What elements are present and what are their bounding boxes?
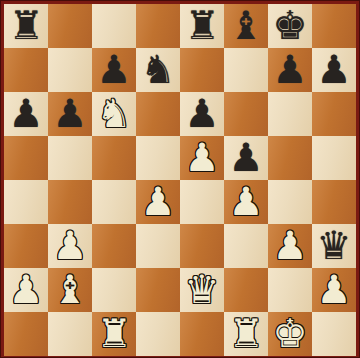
piece-white-pawn[interactable]: ♟ — [229, 182, 264, 221]
piece-white-rook[interactable]: ♜ — [229, 314, 264, 353]
square-h7[interactable]: ♟ — [312, 48, 356, 92]
piece-black-bishop[interactable]: ♝ — [229, 6, 264, 45]
square-c2[interactable] — [92, 268, 136, 312]
square-f7[interactable] — [224, 48, 268, 92]
piece-black-queen[interactable]: ♛ — [317, 226, 352, 265]
square-c6[interactable]: ♞ — [92, 92, 136, 136]
square-b4[interactable] — [48, 180, 92, 224]
square-f2[interactable] — [224, 268, 268, 312]
square-a7[interactable] — [4, 48, 48, 92]
square-a5[interactable] — [4, 136, 48, 180]
square-a1[interactable] — [4, 312, 48, 356]
piece-black-rook[interactable]: ♜ — [185, 6, 220, 45]
piece-black-pawn[interactable]: ♟ — [97, 50, 132, 89]
square-b6[interactable]: ♟ — [48, 92, 92, 136]
square-d3[interactable] — [136, 224, 180, 268]
square-f1[interactable]: ♜ — [224, 312, 268, 356]
piece-white-queen[interactable]: ♛ — [185, 270, 220, 309]
piece-white-rook[interactable]: ♜ — [97, 314, 132, 353]
square-c7[interactable]: ♟ — [92, 48, 136, 92]
piece-white-pawn[interactable]: ♟ — [53, 226, 88, 265]
square-d7[interactable]: ♞ — [136, 48, 180, 92]
square-h4[interactable] — [312, 180, 356, 224]
square-g3[interactable]: ♟ — [268, 224, 312, 268]
square-d5[interactable] — [136, 136, 180, 180]
square-g2[interactable] — [268, 268, 312, 312]
piece-black-pawn[interactable]: ♟ — [185, 94, 220, 133]
square-h6[interactable] — [312, 92, 356, 136]
square-e6[interactable]: ♟ — [180, 92, 224, 136]
square-a3[interactable] — [4, 224, 48, 268]
piece-black-king[interactable]: ♚ — [273, 6, 308, 45]
piece-black-pawn[interactable]: ♟ — [53, 94, 88, 133]
square-c4[interactable] — [92, 180, 136, 224]
piece-white-pawn[interactable]: ♟ — [141, 182, 176, 221]
square-b7[interactable] — [48, 48, 92, 92]
square-h1[interactable] — [312, 312, 356, 356]
square-f6[interactable] — [224, 92, 268, 136]
piece-black-pawn[interactable]: ♟ — [229, 138, 264, 177]
square-d6[interactable] — [136, 92, 180, 136]
square-g1[interactable]: ♚ — [268, 312, 312, 356]
square-h5[interactable] — [312, 136, 356, 180]
square-g8[interactable]: ♚ — [268, 4, 312, 48]
square-f3[interactable] — [224, 224, 268, 268]
piece-white-knight[interactable]: ♞ — [97, 94, 132, 133]
chess-board-frame: ♜♜♝♚♟♞♟♟♟♟♞♟♟♟♟♟♟♟♛♟♝♛♟♜♜♚ — [0, 0, 360, 358]
piece-black-pawn[interactable]: ♟ — [273, 50, 308, 89]
square-e2[interactable]: ♛ — [180, 268, 224, 312]
square-d1[interactable] — [136, 312, 180, 356]
square-e5[interactable]: ♟ — [180, 136, 224, 180]
piece-white-pawn[interactable]: ♟ — [9, 270, 44, 309]
square-g7[interactable]: ♟ — [268, 48, 312, 92]
chess-board: ♜♜♝♚♟♞♟♟♟♟♞♟♟♟♟♟♟♟♛♟♝♛♟♜♜♚ — [4, 4, 356, 356]
square-c5[interactable] — [92, 136, 136, 180]
piece-white-pawn[interactable]: ♟ — [273, 226, 308, 265]
piece-white-king[interactable]: ♚ — [273, 314, 308, 353]
square-f5[interactable]: ♟ — [224, 136, 268, 180]
square-f8[interactable]: ♝ — [224, 4, 268, 48]
square-a4[interactable] — [4, 180, 48, 224]
square-c3[interactable] — [92, 224, 136, 268]
square-d2[interactable] — [136, 268, 180, 312]
square-b5[interactable] — [48, 136, 92, 180]
square-g6[interactable] — [268, 92, 312, 136]
square-c1[interactable]: ♜ — [92, 312, 136, 356]
piece-white-pawn[interactable]: ♟ — [317, 270, 352, 309]
square-h3[interactable]: ♛ — [312, 224, 356, 268]
square-b8[interactable] — [48, 4, 92, 48]
square-d8[interactable] — [136, 4, 180, 48]
piece-black-pawn[interactable]: ♟ — [9, 94, 44, 133]
piece-white-bishop[interactable]: ♝ — [53, 270, 88, 309]
square-a2[interactable]: ♟ — [4, 268, 48, 312]
square-f4[interactable]: ♟ — [224, 180, 268, 224]
square-e1[interactable] — [180, 312, 224, 356]
piece-black-pawn[interactable]: ♟ — [317, 50, 352, 89]
square-d4[interactable]: ♟ — [136, 180, 180, 224]
square-g5[interactable] — [268, 136, 312, 180]
square-h2[interactable]: ♟ — [312, 268, 356, 312]
square-a8[interactable]: ♜ — [4, 4, 48, 48]
square-a6[interactable]: ♟ — [4, 92, 48, 136]
square-h8[interactable] — [312, 4, 356, 48]
square-e4[interactable] — [180, 180, 224, 224]
piece-black-knight[interactable]: ♞ — [141, 50, 176, 89]
square-c8[interactable] — [92, 4, 136, 48]
square-g4[interactable] — [268, 180, 312, 224]
piece-white-pawn[interactable]: ♟ — [185, 138, 220, 177]
square-b1[interactable] — [48, 312, 92, 356]
piece-black-rook[interactable]: ♜ — [9, 6, 44, 45]
square-e3[interactable] — [180, 224, 224, 268]
square-b2[interactable]: ♝ — [48, 268, 92, 312]
square-b3[interactable]: ♟ — [48, 224, 92, 268]
square-e8[interactable]: ♜ — [180, 4, 224, 48]
square-e7[interactable] — [180, 48, 224, 92]
